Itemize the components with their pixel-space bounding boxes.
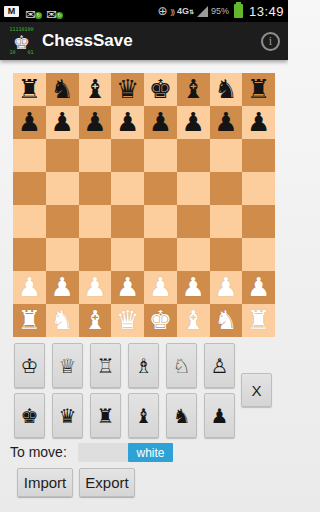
square-f6[interactable]	[177, 139, 210, 172]
square-a5[interactable]	[13, 172, 46, 205]
square-b1[interactable]: ♞	[46, 304, 79, 337]
square-d5[interactable]	[111, 172, 144, 205]
square-a2[interactable]: ♟	[13, 271, 46, 304]
to-move-toggle[interactable]: white	[78, 443, 173, 462]
black-piece: ♟	[116, 106, 139, 139]
clear-square-button[interactable]: X	[241, 373, 272, 407]
white-king-button[interactable]: ♔	[14, 343, 45, 388]
white-knight-button[interactable]: ♘	[166, 343, 197, 388]
square-e2[interactable]: ♟	[144, 271, 177, 304]
black-piece: ♟	[214, 106, 237, 139]
square-h3[interactable]	[242, 238, 275, 271]
white-piece: ♟	[18, 271, 41, 304]
white-piece: ♟	[181, 271, 204, 304]
square-g7[interactable]: ♟	[210, 106, 243, 139]
square-c8[interactable]: ♝	[79, 73, 112, 106]
black-piece: ♝	[83, 73, 106, 106]
black-piece: ♟	[50, 106, 73, 139]
black-king-button[interactable]: ♚	[14, 393, 45, 438]
square-f8[interactable]: ♝	[177, 73, 210, 106]
square-g6[interactable]	[210, 139, 243, 172]
square-d4[interactable]	[111, 205, 144, 238]
square-h6[interactable]	[242, 139, 275, 172]
black-piece: ♝	[181, 73, 204, 106]
square-a1[interactable]: ♜	[13, 304, 46, 337]
square-c1[interactable]: ♝	[79, 304, 112, 337]
square-h1[interactable]: ♜	[242, 304, 275, 337]
white-piece: ♟	[50, 271, 73, 304]
square-b7[interactable]: ♟	[46, 106, 79, 139]
square-e6[interactable]	[144, 139, 177, 172]
black-piece: ♟	[149, 106, 172, 139]
square-f4[interactable]	[177, 205, 210, 238]
square-f3[interactable]	[177, 238, 210, 271]
square-c5[interactable]	[79, 172, 112, 205]
black-rook-button[interactable]: ♜	[90, 393, 121, 438]
chess-board: ♜♞♝♛♚♝♞♜♟♟♟♟♟♟♟♟♟♟♟♟♟♟♟♟♜♞♝♛♚♝♞♜	[13, 73, 275, 337]
square-d6[interactable]	[111, 139, 144, 172]
hotspot-icon: ⊕	[158, 5, 168, 17]
signal-strength-icon	[197, 6, 208, 17]
white-piece: ♟	[214, 271, 237, 304]
signal-waves-icon: ))	[171, 7, 174, 16]
email-sync-icon: ✉ ↻	[25, 5, 40, 17]
square-g4[interactable]	[210, 205, 243, 238]
square-b2[interactable]: ♟	[46, 271, 79, 304]
export-button[interactable]: Export	[79, 468, 135, 497]
to-move-label: To move:	[10, 444, 67, 460]
black-pawn-button[interactable]: ♟	[204, 393, 235, 438]
square-c2[interactable]: ♟	[79, 271, 112, 304]
battery-icon	[234, 4, 243, 18]
square-h7[interactable]: ♟	[242, 106, 275, 139]
square-b5[interactable]	[46, 172, 79, 205]
status-clock: 13:49	[249, 4, 284, 19]
square-c6[interactable]	[79, 139, 112, 172]
battery-percent: 95%	[211, 6, 229, 16]
square-f5[interactable]	[177, 172, 210, 205]
info-button[interactable]: i	[261, 32, 280, 51]
square-e1[interactable]: ♚	[144, 304, 177, 337]
square-b8[interactable]: ♞	[46, 73, 79, 106]
black-knight-button[interactable]: ♞	[166, 393, 197, 438]
sync-badge-icon: ↻	[56, 12, 63, 19]
square-e4[interactable]	[144, 205, 177, 238]
email-sync-icon-2: ✉ ↻	[46, 5, 61, 17]
black-piece: ♚	[149, 73, 172, 106]
black-piece: ♟	[83, 106, 106, 139]
title-bar: 11110100 ♚ 10 01 ChessSave i	[0, 22, 288, 60]
square-g5[interactable]	[210, 172, 243, 205]
square-g2[interactable]: ♟	[210, 271, 243, 304]
square-e3[interactable]	[144, 238, 177, 271]
palette-row-black: ♚♛♜♝♞♟	[14, 393, 235, 438]
square-h2[interactable]: ♟	[242, 271, 275, 304]
white-piece: ♟	[149, 271, 172, 304]
square-h5[interactable]	[242, 172, 275, 205]
black-piece: ♟	[247, 106, 270, 139]
black-piece: ♜	[18, 73, 41, 106]
square-g1[interactable]: ♞	[210, 304, 243, 337]
square-d7[interactable]: ♟	[111, 106, 144, 139]
square-b4[interactable]	[46, 205, 79, 238]
square-a4[interactable]	[13, 205, 46, 238]
import-button[interactable]: Import	[17, 468, 73, 497]
black-piece: ♟	[18, 106, 41, 139]
white-piece: ♞	[50, 304, 73, 337]
square-a8[interactable]: ♜	[13, 73, 46, 106]
square-h4[interactable]	[242, 205, 275, 238]
white-piece: ♝	[83, 304, 106, 337]
square-e7[interactable]: ♟	[144, 106, 177, 139]
square-h8[interactable]: ♜	[242, 73, 275, 106]
black-queen-button[interactable]: ♛	[52, 393, 83, 438]
square-c3[interactable]	[79, 238, 112, 271]
black-piece: ♜	[247, 73, 270, 106]
square-d2[interactable]: ♟	[111, 271, 144, 304]
white-piece: ♜	[18, 304, 41, 337]
white-rook-button[interactable]: ♖	[90, 343, 121, 388]
network-type-icon: 4G⇅	[177, 7, 194, 16]
black-bishop-button[interactable]: ♝	[128, 393, 159, 438]
status-bar: M ✉ ↻ ✉ ↻ ⊕ )) 4G⇅ 95% 13:49	[0, 0, 288, 22]
square-c4[interactable]	[79, 205, 112, 238]
square-e8[interactable]: ♚	[144, 73, 177, 106]
white-piece: ♝	[181, 304, 204, 337]
toggle-track[interactable]	[78, 443, 128, 462]
square-b6[interactable]	[46, 139, 79, 172]
white-piece: ♟	[247, 271, 270, 304]
square-d8[interactable]: ♛	[111, 73, 144, 106]
square-g8[interactable]: ♞	[210, 73, 243, 106]
white-pawn-button[interactable]: ♙	[204, 343, 235, 388]
white-piece: ♟	[83, 271, 106, 304]
square-b3[interactable]	[46, 238, 79, 271]
binary-decoration: 10 01	[8, 50, 35, 55]
white-piece: ♛	[116, 304, 139, 337]
square-d1[interactable]: ♛	[111, 304, 144, 337]
square-f7[interactable]: ♟	[177, 106, 210, 139]
black-piece: ♛	[116, 73, 139, 106]
white-piece: ♟	[116, 271, 139, 304]
white-queen-button[interactable]: ♕	[52, 343, 83, 388]
sync-badge-icon: ↻	[35, 12, 42, 19]
white-piece: ♚	[149, 304, 172, 337]
black-piece: ♞	[50, 73, 73, 106]
square-a6[interactable]	[13, 139, 46, 172]
app-icon: 11110100 ♚ 10 01	[8, 27, 35, 55]
white-piece: ♜	[247, 304, 270, 337]
palette-row-white: ♔♕♖♗♘♙	[14, 343, 235, 388]
square-a3[interactable]	[13, 238, 46, 271]
black-piece: ♞	[214, 73, 237, 106]
square-c7[interactable]: ♟	[79, 106, 112, 139]
square-f2[interactable]: ♟	[177, 271, 210, 304]
toggle-thumb[interactable]: white	[128, 443, 173, 462]
square-g3[interactable]	[210, 238, 243, 271]
square-e5[interactable]	[144, 172, 177, 205]
square-f1[interactable]: ♝	[177, 304, 210, 337]
gmail-icon: M	[4, 6, 19, 17]
page-title: ChessSave	[42, 31, 133, 51]
square-d3[interactable]	[111, 238, 144, 271]
white-bishop-button[interactable]: ♗	[128, 343, 159, 388]
black-piece: ♟	[181, 106, 204, 139]
square-a7[interactable]: ♟	[13, 106, 46, 139]
white-piece: ♞	[214, 304, 237, 337]
